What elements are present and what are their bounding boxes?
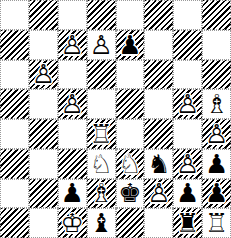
- square-h7[interactable]: [202, 30, 231, 60]
- square-h4[interactable]: ♟♙: [202, 119, 231, 149]
- square-e2[interactable]: ♚♚: [116, 179, 145, 209]
- piece-white-pawn: ♙: [202, 119, 231, 149]
- square-c4[interactable]: [58, 119, 87, 149]
- square-c6[interactable]: [58, 60, 87, 90]
- black-bishop-halo: ♝: [87, 208, 116, 238]
- piece-white-pawn: ♙: [87, 30, 116, 60]
- square-e8[interactable]: [116, 0, 145, 30]
- square-e6[interactable]: [116, 60, 145, 90]
- square-d8[interactable]: [87, 0, 116, 30]
- piece-white-bishop: ♗: [202, 89, 231, 119]
- square-f4[interactable]: [144, 119, 173, 149]
- square-b5[interactable]: [29, 89, 58, 119]
- square-g4[interactable]: [173, 119, 202, 149]
- piece-black-pawn: ♟: [202, 179, 231, 209]
- square-f2[interactable]: ♟♙: [144, 179, 173, 209]
- square-e3[interactable]: ♞♘: [116, 149, 145, 179]
- piece-black-king: ♚: [116, 179, 145, 209]
- square-g3[interactable]: ♟♙: [173, 149, 202, 179]
- square-f3[interactable]: ♞♞: [144, 149, 173, 179]
- square-g1[interactable]: ♜♜: [173, 208, 202, 238]
- square-g8[interactable]: [173, 0, 202, 30]
- square-c1[interactable]: ♚♔: [58, 208, 87, 238]
- square-d6[interactable]: [87, 60, 116, 90]
- white-pawn-halo: ♟: [29, 60, 58, 90]
- square-b1[interactable]: [29, 208, 58, 238]
- square-d5[interactable]: [87, 89, 116, 119]
- black-knight-halo: ♞: [144, 149, 173, 179]
- square-c8[interactable]: [58, 0, 87, 30]
- square-a8[interactable]: [0, 0, 29, 30]
- piece-white-pawn: ♙: [173, 89, 202, 119]
- white-pawn-halo: ♟: [58, 89, 87, 119]
- white-pawn-halo: ♟: [58, 30, 87, 60]
- black-pawn-halo: ♟: [116, 30, 145, 60]
- square-g2[interactable]: ♟♟: [173, 179, 202, 209]
- square-h6[interactable]: [202, 60, 231, 90]
- square-b7[interactable]: [29, 30, 58, 60]
- piece-white-knight: ♘: [87, 149, 116, 179]
- piece-white-pawn: ♙: [58, 30, 87, 60]
- white-knight-halo: ♞: [87, 149, 116, 179]
- white-rook-halo: ♜: [202, 208, 231, 238]
- square-d2[interactable]: ♝♗: [87, 179, 116, 209]
- square-d4[interactable]: ♜♖: [87, 119, 116, 149]
- square-b3[interactable]: [29, 149, 58, 179]
- square-a2[interactable]: [0, 179, 29, 209]
- piece-black-bishop: ♝: [87, 208, 116, 238]
- square-a7[interactable]: [0, 30, 29, 60]
- piece-black-pawn: ♟: [202, 149, 231, 179]
- square-h1[interactable]: ♜♖: [202, 208, 231, 238]
- square-d7[interactable]: ♟♙: [87, 30, 116, 60]
- square-g6[interactable]: [173, 60, 202, 90]
- black-king-halo: ♚: [116, 179, 145, 209]
- white-pawn-halo: ♟: [173, 149, 202, 179]
- square-c3[interactable]: [58, 149, 87, 179]
- piece-black-knight: ♞: [144, 149, 173, 179]
- square-g7[interactable]: [173, 30, 202, 60]
- piece-white-knight: ♘: [116, 149, 145, 179]
- square-c2[interactable]: ♟♟: [58, 179, 87, 209]
- piece-white-pawn: ♙: [144, 179, 173, 209]
- white-bishop-halo: ♝: [202, 89, 231, 119]
- piece-white-bishop: ♗: [87, 179, 116, 209]
- square-e4[interactable]: [116, 119, 145, 149]
- white-king-halo: ♚: [58, 208, 87, 238]
- square-d1[interactable]: ♝♝: [87, 208, 116, 238]
- square-f8[interactable]: [144, 0, 173, 30]
- square-h2[interactable]: ♟♟: [202, 179, 231, 209]
- piece-white-pawn: ♙: [173, 149, 202, 179]
- white-pawn-halo: ♟: [144, 179, 173, 209]
- piece-black-pawn: ♟: [58, 179, 87, 209]
- black-pawn-halo: ♟: [58, 179, 87, 209]
- piece-black-pawn: ♟: [173, 179, 202, 209]
- piece-black-pawn: ♟: [116, 30, 145, 60]
- square-d3[interactable]: ♞♘: [87, 149, 116, 179]
- piece-white-rook: ♖: [202, 208, 231, 238]
- square-h3[interactable]: ♟♟: [202, 149, 231, 179]
- square-b2[interactable]: [29, 179, 58, 209]
- square-a3[interactable]: [0, 149, 29, 179]
- square-f5[interactable]: [144, 89, 173, 119]
- square-c7[interactable]: ♟♙: [58, 30, 87, 60]
- square-g5[interactable]: ♟♙: [173, 89, 202, 119]
- square-a4[interactable]: [0, 119, 29, 149]
- white-pawn-halo: ♟: [173, 89, 202, 119]
- piece-white-rook: ♖: [87, 119, 116, 149]
- square-b4[interactable]: [29, 119, 58, 149]
- black-pawn-halo: ♟: [202, 149, 231, 179]
- square-a5[interactable]: [0, 89, 29, 119]
- piece-white-king: ♔: [58, 208, 87, 238]
- square-b8[interactable]: [29, 0, 58, 30]
- square-c5[interactable]: ♟♙: [58, 89, 87, 119]
- square-a1[interactable]: [0, 208, 29, 238]
- square-f6[interactable]: [144, 60, 173, 90]
- white-knight-halo: ♞: [116, 149, 145, 179]
- square-a6[interactable]: [0, 60, 29, 90]
- square-h5[interactable]: ♝♗: [202, 89, 231, 119]
- square-e7[interactable]: ♟♟: [116, 30, 145, 60]
- piece-white-pawn: ♙: [29, 60, 58, 90]
- piece-black-rook: ♜: [173, 208, 202, 238]
- chess-board: ♟♙♟♙♟♟♟♙♟♙♟♙♝♗♜♖♟♙♞♘♞♘♞♞♟♙♟♟♟♟♝♗♚♚♟♙♟♟♟♟…: [0, 0, 231, 238]
- white-pawn-halo: ♟: [87, 30, 116, 60]
- square-e1[interactable]: [116, 208, 145, 238]
- square-f1[interactable]: [144, 208, 173, 238]
- white-pawn-halo: ♟: [202, 119, 231, 149]
- black-pawn-halo: ♟: [173, 179, 202, 209]
- square-h8[interactable]: [202, 0, 231, 30]
- black-pawn-halo: ♟: [202, 179, 231, 209]
- square-b6[interactable]: ♟♙: [29, 60, 58, 90]
- white-bishop-halo: ♝: [87, 179, 116, 209]
- black-rook-halo: ♜: [173, 208, 202, 238]
- square-e5[interactable]: [116, 89, 145, 119]
- white-rook-halo: ♜: [87, 119, 116, 149]
- square-f7[interactable]: [144, 30, 173, 60]
- piece-white-pawn: ♙: [58, 89, 87, 119]
